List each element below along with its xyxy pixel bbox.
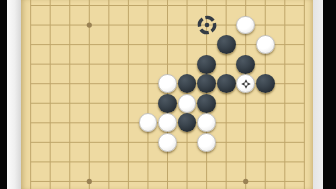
stone-black bbox=[197, 94, 216, 113]
stone-black bbox=[217, 35, 236, 54]
gomoku-game-screen bbox=[0, 0, 336, 189]
stone-white bbox=[158, 133, 177, 152]
stone-white bbox=[236, 74, 255, 93]
stone-white bbox=[178, 94, 197, 113]
stone-white bbox=[236, 16, 255, 35]
stones-layer bbox=[0, 0, 336, 189]
target-marker-icon bbox=[195, 13, 219, 37]
stone-white bbox=[158, 113, 177, 132]
stone-black bbox=[217, 74, 236, 93]
stone-white bbox=[197, 133, 216, 152]
stone-black bbox=[197, 55, 216, 74]
stone-black bbox=[178, 74, 197, 93]
stone-black bbox=[197, 74, 216, 93]
stone-white bbox=[139, 113, 158, 132]
stone-black bbox=[256, 74, 275, 93]
stone-black bbox=[158, 94, 177, 113]
stone-black bbox=[236, 55, 255, 74]
stone-white bbox=[256, 35, 275, 54]
stone-black bbox=[178, 113, 197, 132]
stone-white bbox=[158, 74, 177, 93]
stone-white bbox=[197, 113, 216, 132]
